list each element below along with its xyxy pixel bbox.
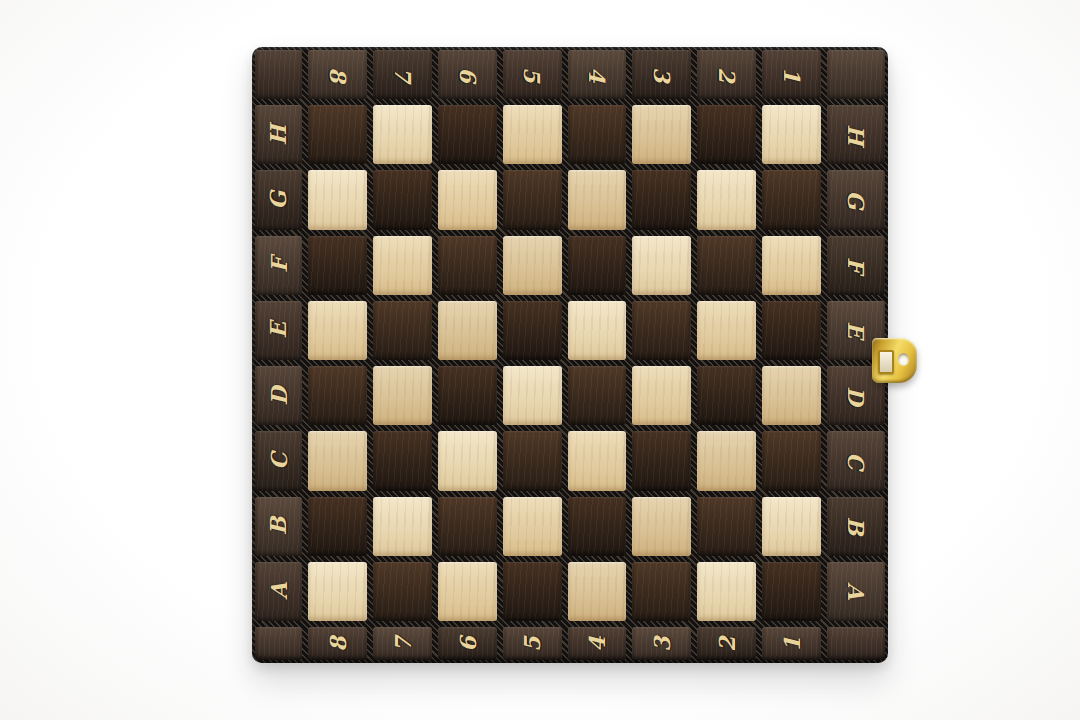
coordinate-cell: A: [255, 562, 302, 621]
frame-corner: [827, 627, 885, 660]
coordinate-label: 8: [326, 67, 348, 82]
square-c1: [762, 431, 821, 490]
square-c5: [503, 431, 562, 490]
square-e5: [503, 301, 562, 360]
square-d3: [632, 366, 691, 425]
coordinate-cell: G: [827, 170, 885, 229]
coordinate-label: 2: [716, 636, 738, 651]
coordinate-label: D: [267, 386, 289, 405]
square-e1: [762, 301, 821, 360]
square-a1: [762, 562, 821, 621]
square-b8: [308, 497, 367, 556]
coordinate-label: A: [267, 583, 289, 600]
square-f7: [373, 236, 432, 295]
coordinate-label: 5: [521, 636, 543, 651]
square-f3: [632, 236, 691, 295]
square-h6: [438, 105, 497, 164]
coordinate-cell: B: [827, 497, 885, 556]
coordinate-cell: 6: [438, 50, 497, 99]
product-photo: 87654321HHGGFFEEDDCCBBAA87654321: [0, 0, 1080, 720]
square-c3: [632, 431, 691, 490]
square-b3: [632, 497, 691, 556]
square-d7: [373, 366, 432, 425]
square-d6: [438, 366, 497, 425]
square-a5: [503, 562, 562, 621]
square-c4: [568, 431, 627, 490]
coordinate-cell: B: [255, 497, 302, 556]
coordinate-label: 7: [391, 67, 413, 82]
coordinate-label: A: [845, 583, 867, 600]
square-e7: [373, 301, 432, 360]
square-g2: [697, 170, 756, 229]
square-f1: [762, 236, 821, 295]
square-e6: [438, 301, 497, 360]
coordinate-cell: 8: [308, 50, 367, 99]
square-e8: [308, 301, 367, 360]
coordinate-label: B: [267, 517, 289, 536]
frame-corner: [827, 50, 885, 99]
square-e2: [697, 301, 756, 360]
coordinate-cell: 6: [438, 627, 497, 660]
chess-board: 87654321HHGGFFEEDDCCBBAA87654321: [252, 47, 888, 663]
coordinate-cell: H: [255, 105, 302, 164]
coordinate-label: D: [845, 386, 867, 405]
square-f6: [438, 236, 497, 295]
square-g7: [373, 170, 432, 229]
clasp-plate: [878, 350, 894, 374]
square-d4: [568, 366, 627, 425]
square-g6: [438, 170, 497, 229]
square-f5: [503, 236, 562, 295]
coordinate-label: F: [845, 257, 867, 273]
square-h1: [762, 105, 821, 164]
coordinate-label: H: [267, 124, 289, 145]
square-b5: [503, 497, 562, 556]
square-h4: [568, 105, 627, 164]
square-b2: [697, 497, 756, 556]
square-b4: [568, 497, 627, 556]
coordinate-cell: 5: [503, 50, 562, 99]
coordinate-label: B: [845, 517, 867, 536]
square-e4: [568, 301, 627, 360]
coordinate-label: H: [845, 124, 867, 145]
square-d1: [762, 366, 821, 425]
square-g1: [762, 170, 821, 229]
coordinate-label: 4: [586, 67, 608, 82]
square-c7: [373, 431, 432, 490]
square-d5: [503, 366, 562, 425]
square-d2: [697, 366, 756, 425]
square-h3: [632, 105, 691, 164]
square-a7: [373, 562, 432, 621]
square-e3: [632, 301, 691, 360]
frame-corner: [255, 50, 302, 99]
coordinate-label: 1: [781, 67, 803, 82]
square-a3: [632, 562, 691, 621]
coordinate-cell: 4: [568, 50, 627, 99]
frame-corner: [255, 627, 302, 660]
coordinate-cell: A: [827, 562, 885, 621]
square-b1: [762, 497, 821, 556]
coordinate-label: 2: [716, 67, 738, 82]
coordinate-cell: 7: [373, 627, 432, 660]
square-f2: [697, 236, 756, 295]
coordinate-cell: 2: [697, 50, 756, 99]
square-h2: [697, 105, 756, 164]
coordinate-cell: F: [827, 236, 885, 295]
coordinate-cell: 2: [697, 627, 756, 660]
square-a8: [308, 562, 367, 621]
coordinate-label: E: [845, 322, 867, 339]
coordinate-label: E: [268, 322, 290, 339]
coordinate-label: 3: [651, 67, 673, 82]
square-f4: [568, 236, 627, 295]
brass-clasp: [872, 338, 917, 383]
coordinate-cell: E: [255, 301, 302, 360]
coordinate-label: C: [267, 452, 289, 470]
square-g3: [632, 170, 691, 229]
square-c8: [308, 431, 367, 490]
coordinate-label: 1: [781, 636, 803, 651]
coordinate-label: 3: [651, 636, 673, 651]
coordinate-cell: 8: [308, 627, 367, 660]
square-g4: [568, 170, 627, 229]
coordinate-label: F: [268, 257, 290, 273]
square-a2: [697, 562, 756, 621]
square-f8: [308, 236, 367, 295]
square-h8: [308, 105, 367, 164]
coordinate-label: 7: [391, 636, 413, 651]
coordinate-cell: G: [255, 170, 302, 229]
coordinate-cell: 3: [632, 627, 691, 660]
square-d8: [308, 366, 367, 425]
coordinate-cell: D: [255, 366, 302, 425]
square-h7: [373, 105, 432, 164]
square-b6: [438, 497, 497, 556]
coordinate-cell: 1: [762, 627, 821, 660]
coordinate-cell: 7: [373, 50, 432, 99]
coordinate-cell: 5: [503, 627, 562, 660]
coordinate-label: 5: [521, 67, 543, 82]
square-c2: [697, 431, 756, 490]
coordinate-cell: C: [827, 431, 885, 490]
square-a6: [438, 562, 497, 621]
coordinate-label: 6: [456, 636, 478, 651]
clasp-hole-icon: [898, 353, 909, 365]
coordinate-label: 8: [326, 636, 348, 651]
coordinate-cell: 4: [568, 627, 627, 660]
coordinate-label: C: [845, 452, 867, 470]
coordinate-cell: H: [827, 105, 885, 164]
coordinate-cell: 1: [762, 50, 821, 99]
square-a4: [568, 562, 627, 621]
coordinate-cell: F: [255, 236, 302, 295]
coordinate-label: G: [845, 190, 867, 209]
coordinate-cell: C: [255, 431, 302, 490]
coordinate-cell: 3: [632, 50, 691, 99]
coordinate-label: 6: [456, 67, 478, 82]
square-h5: [503, 105, 562, 164]
coordinate-label: 4: [586, 636, 608, 651]
square-g8: [308, 170, 367, 229]
square-c6: [438, 431, 497, 490]
square-g5: [503, 170, 562, 229]
square-b7: [373, 497, 432, 556]
coordinate-label: G: [267, 190, 289, 209]
